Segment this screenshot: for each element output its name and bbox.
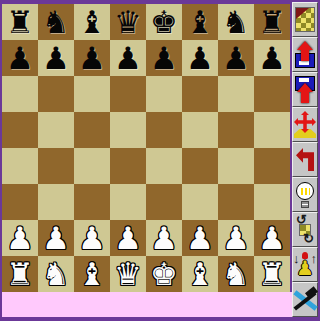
- piece-white-knight[interactable]: ♞: [42, 256, 70, 292]
- square-b7[interactable]: ♟: [38, 40, 74, 76]
- square-d2[interactable]: ♟: [110, 220, 146, 256]
- red-bent-arrow: [296, 148, 314, 171]
- disk-arrow-out-icon: [294, 41, 316, 68]
- square-h1[interactable]: ♜: [254, 256, 290, 292]
- square-g1[interactable]: ♞: [218, 256, 254, 292]
- square-f4[interactable]: [182, 148, 218, 184]
- checkerboard-icon: [295, 7, 315, 32]
- piece-black-pawn[interactable]: ♟: [42, 40, 70, 76]
- settings-button[interactable]: [292, 282, 318, 317]
- square-h6[interactable]: [254, 76, 290, 112]
- square-c5[interactable]: [74, 112, 110, 148]
- piece-black-pawn[interactable]: ♟: [258, 40, 286, 76]
- up-arrow-icon: ↑: [311, 252, 318, 265]
- square-a8[interactable]: ♜: [2, 4, 38, 40]
- square-f6[interactable]: [182, 76, 218, 112]
- piece-black-bishop[interactable]: ♝: [78, 4, 106, 40]
- load-game-button[interactable]: [292, 37, 318, 72]
- chess-board: ♜♞♝♛♚♝♞♜♟♟♟♟♟♟♟♟♟♟♟♟♟♟♟♟♜♞♝♛♚♝♞♜: [2, 4, 290, 292]
- promote-pawn-button[interactable]: ↓ ♟ ↑: [292, 247, 318, 282]
- piece-black-pawn[interactable]: ♟: [114, 40, 142, 76]
- square-g3[interactable]: [218, 184, 254, 220]
- piece-white-rook[interactable]: ♜: [258, 256, 286, 292]
- piece-black-pawn[interactable]: ♟: [78, 40, 106, 76]
- four-way-arrows-icon: [293, 111, 317, 138]
- bulb-filament: [301, 188, 310, 195]
- pawn-red-cap: [302, 252, 308, 259]
- piece-black-pawn[interactable]: ♟: [186, 40, 214, 76]
- square-d8[interactable]: ♛: [110, 4, 146, 40]
- square-f8[interactable]: ♝: [182, 4, 218, 40]
- lightbulb-icon: [295, 182, 315, 208]
- square-b3[interactable]: [38, 184, 74, 220]
- piece-white-king[interactable]: ♚: [150, 256, 178, 292]
- square-h5[interactable]: [254, 112, 290, 148]
- undo-move-button[interactable]: [292, 142, 318, 177]
- flip-board-button[interactable]: ↺ ↻: [292, 212, 318, 247]
- piece-white-bishop[interactable]: ♝: [78, 256, 106, 292]
- square-a7[interactable]: ♟: [2, 40, 38, 76]
- square-d5[interactable]: [110, 112, 146, 148]
- piece-white-pawn[interactable]: ♟: [186, 220, 214, 256]
- save-game-button[interactable]: [292, 72, 318, 107]
- piece-black-bishop[interactable]: ♝: [186, 4, 214, 40]
- disk-arrow-in-icon: [294, 76, 316, 103]
- square-d1[interactable]: ♛: [110, 256, 146, 292]
- square-e6[interactable]: [146, 76, 182, 112]
- piece-white-bishop[interactable]: ♝: [186, 256, 214, 292]
- piece-black-pawn[interactable]: ♟: [222, 40, 250, 76]
- square-a4[interactable]: [2, 148, 38, 184]
- square-a3[interactable]: [2, 184, 38, 220]
- square-f3[interactable]: [182, 184, 218, 220]
- bulb-base: [301, 201, 309, 208]
- piece-black-rook[interactable]: ♜: [6, 4, 34, 40]
- rotate-board-icon: ↺ ↻: [294, 216, 316, 243]
- square-f5[interactable]: [182, 112, 218, 148]
- square-d7[interactable]: ♟: [110, 40, 146, 76]
- square-h7[interactable]: ♟: [254, 40, 290, 76]
- square-d3[interactable]: [110, 184, 146, 220]
- square-e7[interactable]: ♟: [146, 40, 182, 76]
- disk-label: [299, 78, 309, 82]
- square-c3[interactable]: [74, 184, 110, 220]
- piece-white-pawn[interactable]: ♟: [42, 220, 70, 256]
- square-e3[interactable]: [146, 184, 182, 220]
- toolbar: ↺ ↻ ↓ ♟ ↑: [292, 2, 318, 317]
- square-e8[interactable]: ♚: [146, 4, 182, 40]
- disk-label: [299, 61, 309, 65]
- piece-black-knight[interactable]: ♞: [222, 4, 250, 40]
- hint-button[interactable]: [292, 177, 318, 212]
- square-e5[interactable]: [146, 112, 182, 148]
- square-a1[interactable]: ♜: [2, 256, 38, 292]
- piece-white-pawn[interactable]: ♟: [258, 220, 286, 256]
- square-b6[interactable]: [38, 76, 74, 112]
- square-c2[interactable]: ♟: [74, 220, 110, 256]
- square-a5[interactable]: [2, 112, 38, 148]
- rotate-cw-arrow-icon: ↻: [303, 232, 314, 245]
- square-h8[interactable]: ♜: [254, 4, 290, 40]
- square-g7[interactable]: ♟: [218, 40, 254, 76]
- status-bar: [2, 292, 292, 317]
- square-a6[interactable]: [2, 76, 38, 112]
- square-c7[interactable]: ♟: [74, 40, 110, 76]
- move-piece-button[interactable]: [292, 107, 318, 142]
- piece-white-pawn[interactable]: ♟: [6, 220, 34, 256]
- square-b1[interactable]: ♞: [38, 256, 74, 292]
- piece-white-rook[interactable]: ♜: [6, 256, 34, 292]
- corner-flag: [296, 8, 309, 19]
- piece-white-pawn[interactable]: ♟: [78, 220, 106, 256]
- square-h3[interactable]: [254, 184, 290, 220]
- piece-white-pawn[interactable]: ♟: [222, 220, 250, 256]
- square-f1[interactable]: ♝: [182, 256, 218, 292]
- pawn-up-down-icon: ↓ ♟ ↑: [293, 251, 317, 278]
- square-b2[interactable]: ♟: [38, 220, 74, 256]
- square-c1[interactable]: ♝: [74, 256, 110, 292]
- square-d4[interactable]: [110, 148, 146, 184]
- piece-black-rook[interactable]: ♜: [258, 4, 286, 40]
- square-b8[interactable]: ♞: [38, 4, 74, 40]
- square-g5[interactable]: [218, 112, 254, 148]
- square-e1[interactable]: ♚: [146, 256, 182, 292]
- square-g4[interactable]: [218, 148, 254, 184]
- piece-black-king[interactable]: ♚: [150, 4, 178, 40]
- square-e2[interactable]: ♟: [146, 220, 182, 256]
- square-g8[interactable]: ♞: [218, 4, 254, 40]
- square-h2[interactable]: ♟: [254, 220, 290, 256]
- piece-black-queen[interactable]: ♛: [114, 4, 142, 40]
- square-c4[interactable]: [74, 148, 110, 184]
- piece-white-knight[interactable]: ♞: [222, 256, 250, 292]
- square-b4[interactable]: [38, 148, 74, 184]
- piece-white-pawn[interactable]: ♟: [150, 220, 178, 256]
- piece-black-pawn[interactable]: ♟: [6, 40, 34, 76]
- hammer-head: [305, 286, 318, 298]
- red-cross-arrows: [294, 111, 316, 133]
- square-f7[interactable]: ♟: [182, 40, 218, 76]
- square-h4[interactable]: [254, 148, 290, 184]
- square-f2[interactable]: ♟: [182, 220, 218, 256]
- square-c8[interactable]: ♝: [74, 4, 110, 40]
- square-b5[interactable]: [38, 112, 74, 148]
- square-a2[interactable]: ♟: [2, 220, 38, 256]
- piece-white-queen[interactable]: ♛: [114, 256, 142, 292]
- bent-arrow-icon: [296, 148, 314, 171]
- crossed-tools-icon: [293, 288, 317, 312]
- piece-black-pawn[interactable]: ♟: [150, 40, 178, 76]
- piece-white-pawn[interactable]: ♟: [114, 220, 142, 256]
- square-c6[interactable]: [74, 76, 110, 112]
- piece-black-knight[interactable]: ♞: [42, 4, 70, 40]
- square-g2[interactable]: ♟: [218, 220, 254, 256]
- chess-app-window: ♜♞♝♛♚♝♞♜♟♟♟♟♟♟♟♟♟♟♟♟♟♟♟♟♜♞♝♛♚♝♞♜: [0, 0, 320, 321]
- square-d6[interactable]: [110, 76, 146, 112]
- square-g6[interactable]: [218, 76, 254, 112]
- square-e4[interactable]: [146, 148, 182, 184]
- new-game-button[interactable]: [292, 2, 318, 37]
